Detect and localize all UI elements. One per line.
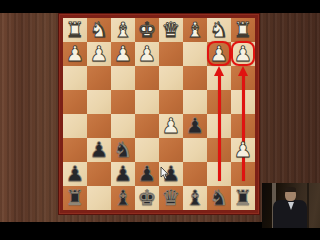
square-d6[interactable] [159, 138, 183, 162]
square-g3[interactable] [87, 66, 111, 90]
square-d1[interactable]: ♛ [159, 18, 183, 42]
square-e8[interactable]: ♚ [135, 186, 159, 210]
square-c6[interactable] [183, 138, 207, 162]
piece-black-rook-h8[interactable]: ♜ [63, 186, 87, 210]
square-g1[interactable]: ♞ [87, 18, 111, 42]
piece-black-bishop-c8[interactable]: ♝ [183, 186, 207, 210]
square-h2[interactable]: ♟ [63, 42, 87, 66]
piece-black-bishop-f8[interactable]: ♝ [111, 186, 135, 210]
square-a6[interactable]: ♟ [231, 138, 255, 162]
square-a1[interactable]: ♜ [231, 18, 255, 42]
square-f1[interactable]: ♝ [111, 18, 135, 42]
square-c4[interactable] [183, 90, 207, 114]
square-a3[interactable] [231, 66, 255, 90]
webcam-doorframe-line [307, 183, 309, 228]
square-c5[interactable]: ♟ [183, 114, 207, 138]
square-e7[interactable]: ♟ [135, 162, 159, 186]
piece-black-queen-d8[interactable]: ♛ [159, 186, 183, 210]
piece-white-knight-b1[interactable]: ♞ [207, 18, 231, 42]
square-b6[interactable] [207, 138, 231, 162]
square-g2[interactable]: ♟ [87, 42, 111, 66]
square-e5[interactable] [135, 114, 159, 138]
piece-white-pawn-h2[interactable]: ♟ [63, 42, 87, 66]
piece-white-pawn-g2[interactable]: ♟ [87, 42, 111, 66]
square-a4[interactable] [231, 90, 255, 114]
square-h5[interactable] [63, 114, 87, 138]
square-b8[interactable]: ♞ [207, 186, 231, 210]
piece-black-pawn-g6[interactable]: ♟ [87, 138, 111, 162]
square-f7[interactable]: ♟ [111, 162, 135, 186]
square-e2[interactable]: ♟ [135, 42, 159, 66]
square-d3[interactable] [159, 66, 183, 90]
square-b4[interactable] [207, 90, 231, 114]
piece-white-pawn-a6[interactable]: ♟ [231, 138, 255, 162]
square-b7[interactable] [207, 162, 231, 186]
square-g4[interactable] [87, 90, 111, 114]
piece-white-queen-d1[interactable]: ♛ [159, 18, 183, 42]
square-d8[interactable]: ♛ [159, 186, 183, 210]
square-c8[interactable]: ♝ [183, 186, 207, 210]
piece-white-rook-a1[interactable]: ♜ [231, 18, 255, 42]
piece-white-pawn-b2[interactable]: ♟ [207, 42, 231, 66]
square-h7[interactable]: ♟ [63, 162, 87, 186]
mouse-cursor-icon [160, 165, 169, 184]
square-f3[interactable] [111, 66, 135, 90]
square-g7[interactable] [87, 162, 111, 186]
square-b5[interactable] [207, 114, 231, 138]
piece-black-king-e8[interactable]: ♚ [135, 186, 159, 210]
square-b3[interactable] [207, 66, 231, 90]
square-e3[interactable] [135, 66, 159, 90]
square-g5[interactable] [87, 114, 111, 138]
square-d4[interactable] [159, 90, 183, 114]
piece-white-rook-h1[interactable]: ♜ [63, 18, 87, 42]
square-f8[interactable]: ♝ [111, 186, 135, 210]
piece-white-knight-g1[interactable]: ♞ [87, 18, 111, 42]
square-g8[interactable] [87, 186, 111, 210]
piece-black-pawn-f7[interactable]: ♟ [111, 162, 135, 186]
piece-white-pawn-d5[interactable]: ♟ [159, 114, 183, 138]
square-b2[interactable]: ♟ [207, 42, 231, 66]
square-f5[interactable] [111, 114, 135, 138]
piece-black-pawn-c5[interactable]: ♟ [183, 114, 207, 138]
square-c3[interactable] [183, 66, 207, 90]
square-a2[interactable]: ♟ [231, 42, 255, 66]
square-g6[interactable]: ♟ [87, 138, 111, 162]
square-c7[interactable] [183, 162, 207, 186]
piece-white-bishop-f1[interactable]: ♝ [111, 18, 135, 42]
square-c1[interactable]: ♝ [183, 18, 207, 42]
square-d2[interactable] [159, 42, 183, 66]
chess-board-frame: ♜♞♝♚♛♝♞♜♟♟♟♟♟♟♟♟♟♞♟♟♟♟♟♜♝♚♛♝♞♜ [58, 13, 260, 215]
square-c2[interactable] [183, 42, 207, 66]
square-d5[interactable]: ♟ [159, 114, 183, 138]
square-f2[interactable]: ♟ [111, 42, 135, 66]
square-a8[interactable]: ♜ [231, 186, 255, 210]
square-b1[interactable]: ♞ [207, 18, 231, 42]
square-h4[interactable] [63, 90, 87, 114]
presenter-webcam [262, 183, 320, 228]
square-e6[interactable] [135, 138, 159, 162]
square-h6[interactable] [63, 138, 87, 162]
square-a7[interactable] [231, 162, 255, 186]
piece-black-pawn-e7[interactable]: ♟ [135, 162, 159, 186]
piece-white-pawn-f2[interactable]: ♟ [111, 42, 135, 66]
square-e4[interactable] [135, 90, 159, 114]
square-e1[interactable]: ♚ [135, 18, 159, 42]
presenter-hair [285, 187, 296, 192]
chess-board[interactable]: ♜♞♝♚♛♝♞♜♟♟♟♟♟♟♟♟♟♞♟♟♟♟♟♜♝♚♛♝♞♜ [63, 18, 255, 210]
piece-black-knight-b8[interactable]: ♞ [207, 186, 231, 210]
square-h8[interactable]: ♜ [63, 186, 87, 210]
piece-white-pawn-a2[interactable]: ♟ [231, 42, 255, 66]
piece-white-king-e1[interactable]: ♚ [135, 18, 159, 42]
piece-white-bishop-c1[interactable]: ♝ [183, 18, 207, 42]
square-f6[interactable]: ♞ [111, 138, 135, 162]
piece-black-rook-a8[interactable]: ♜ [231, 186, 255, 210]
square-h3[interactable] [63, 66, 87, 90]
piece-black-knight-f6[interactable]: ♞ [111, 138, 135, 162]
piece-black-pawn-h7[interactable]: ♟ [63, 162, 87, 186]
square-a5[interactable] [231, 114, 255, 138]
piece-white-pawn-e2[interactable]: ♟ [135, 42, 159, 66]
letterbox-top [0, 0, 320, 13]
square-h1[interactable]: ♜ [63, 18, 87, 42]
square-f4[interactable] [111, 90, 135, 114]
